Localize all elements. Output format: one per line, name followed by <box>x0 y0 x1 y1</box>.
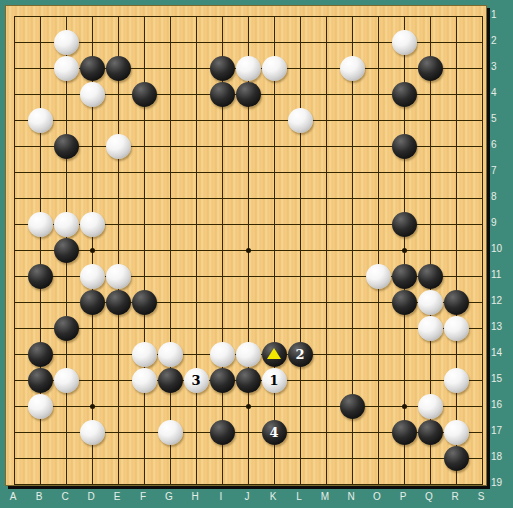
stone-black-P4[interactable] <box>392 82 417 107</box>
col-label-I: I <box>212 491 230 503</box>
stone-white-C3[interactable] <box>54 56 79 81</box>
grid-line-row-18 <box>14 458 483 459</box>
stone-white-Q13[interactable] <box>418 316 443 341</box>
row-label-2: 2 <box>491 35 511 47</box>
col-label-J: J <box>238 491 256 503</box>
stone-black-Q17[interactable] <box>418 420 443 445</box>
col-label-O: O <box>368 491 386 503</box>
row-label-18: 18 <box>491 451 511 463</box>
stone-black-D3[interactable] <box>80 56 105 81</box>
col-label-N: N <box>342 491 360 503</box>
stone-white-Q12[interactable] <box>418 290 443 315</box>
row-label-10: 10 <box>491 243 511 255</box>
stone-black-J15[interactable] <box>236 368 261 393</box>
star-point-D16 <box>90 404 95 409</box>
stone-black-N16[interactable] <box>340 394 365 419</box>
stone-white-Q16[interactable] <box>418 394 443 419</box>
row-label-6: 6 <box>491 139 511 151</box>
stone-black-B14[interactable] <box>28 342 53 367</box>
go-board[interactable]: 2314 <box>5 5 487 486</box>
stone-black-P12[interactable] <box>392 290 417 315</box>
col-label-C: C <box>56 491 74 503</box>
col-label-R: R <box>446 491 464 503</box>
stone-white-D17[interactable] <box>80 420 105 445</box>
star-point-D10 <box>90 248 95 253</box>
col-label-Q: Q <box>420 491 438 503</box>
col-label-E: E <box>108 491 126 503</box>
stone-white-I14[interactable] <box>210 342 235 367</box>
stone-black-G15[interactable] <box>158 368 183 393</box>
stone-black-B15[interactable] <box>28 368 53 393</box>
col-label-G: G <box>160 491 178 503</box>
row-label-7: 7 <box>491 165 511 177</box>
star-point-P16 <box>402 404 407 409</box>
stone-black-F4[interactable] <box>132 82 157 107</box>
stone-white-D11[interactable] <box>80 264 105 289</box>
stone-black-L14[interactable]: 2 <box>288 342 313 367</box>
row-label-1: 1 <box>491 9 511 21</box>
row-label-15: 15 <box>491 373 511 385</box>
stone-black-C6[interactable] <box>54 134 79 159</box>
stone-white-L5[interactable] <box>288 108 313 133</box>
row-label-12: 12 <box>491 295 511 307</box>
stone-white-E11[interactable] <box>106 264 131 289</box>
stone-black-R18[interactable] <box>444 446 469 471</box>
row-label-14: 14 <box>491 347 511 359</box>
stone-black-E12[interactable] <box>106 290 131 315</box>
move-number-2: 2 <box>295 348 304 361</box>
move-number-3: 3 <box>191 374 200 387</box>
stone-black-J4[interactable] <box>236 82 261 107</box>
star-point-J10 <box>246 248 251 253</box>
stone-black-P9[interactable] <box>392 212 417 237</box>
stone-white-B16[interactable] <box>28 394 53 419</box>
row-label-19: 19 <box>491 477 511 489</box>
col-label-S: S <box>472 491 490 503</box>
grid-line-col-R <box>456 16 457 485</box>
grid-line-col-O <box>378 16 379 485</box>
stone-white-C2[interactable] <box>54 30 79 55</box>
stone-black-P6[interactable] <box>392 134 417 159</box>
stone-white-D4[interactable] <box>80 82 105 107</box>
stone-white-K15[interactable]: 1 <box>262 368 287 393</box>
stone-white-B5[interactable] <box>28 108 53 133</box>
stone-white-J14[interactable] <box>236 342 261 367</box>
stone-white-R13[interactable] <box>444 316 469 341</box>
star-point-J16 <box>246 404 251 409</box>
grid-line-col-L <box>300 16 301 485</box>
stone-white-R17[interactable] <box>444 420 469 445</box>
col-label-L: L <box>290 491 308 503</box>
stone-white-F14[interactable] <box>132 342 157 367</box>
stone-white-P2[interactable] <box>392 30 417 55</box>
stone-black-K14[interactable] <box>262 342 287 367</box>
row-label-17: 17 <box>491 425 511 437</box>
move-number-4: 4 <box>269 426 278 439</box>
move-number-1: 1 <box>269 374 278 387</box>
row-label-3: 3 <box>491 61 511 73</box>
triangle-marker-icon <box>267 348 281 359</box>
stone-white-J3[interactable] <box>236 56 261 81</box>
stone-black-Q3[interactable] <box>418 56 443 81</box>
stone-black-R12[interactable] <box>444 290 469 315</box>
col-label-D: D <box>82 491 100 503</box>
row-label-11: 11 <box>491 269 511 281</box>
grid-line-row-19 <box>14 484 483 485</box>
col-label-B: B <box>30 491 48 503</box>
row-label-8: 8 <box>491 191 511 203</box>
stone-white-B9[interactable] <box>28 212 53 237</box>
row-label-9: 9 <box>491 217 511 229</box>
grid-line-row-13 <box>14 328 483 329</box>
row-label-4: 4 <box>491 87 511 99</box>
grid-line-col-S <box>482 16 483 485</box>
stone-black-P17[interactable] <box>392 420 417 445</box>
stone-white-K3[interactable] <box>262 56 287 81</box>
stone-white-E6[interactable] <box>106 134 131 159</box>
stone-black-F12[interactable] <box>132 290 157 315</box>
row-label-13: 13 <box>491 321 511 333</box>
col-label-M: M <box>316 491 334 503</box>
stone-black-I4[interactable] <box>210 82 235 107</box>
stone-black-C13[interactable] <box>54 316 79 341</box>
stone-white-G17[interactable] <box>158 420 183 445</box>
stone-black-B11[interactable] <box>28 264 53 289</box>
stone-white-O11[interactable] <box>366 264 391 289</box>
stone-black-I17[interactable] <box>210 420 235 445</box>
stone-white-C15[interactable] <box>54 368 79 393</box>
row-label-5: 5 <box>491 113 511 125</box>
col-label-H: H <box>186 491 204 503</box>
stone-white-N3[interactable] <box>340 56 365 81</box>
stone-black-C10[interactable] <box>54 238 79 263</box>
stone-black-E3[interactable] <box>106 56 131 81</box>
stone-white-R15[interactable] <box>444 368 469 393</box>
stone-white-H15[interactable]: 3 <box>184 368 209 393</box>
stone-white-C9[interactable] <box>54 212 79 237</box>
col-label-P: P <box>394 491 412 503</box>
stone-black-I3[interactable] <box>210 56 235 81</box>
grid-line-col-K <box>274 16 275 485</box>
stone-white-F15[interactable] <box>132 368 157 393</box>
stone-black-K17[interactable]: 4 <box>262 420 287 445</box>
grid-line-col-M <box>326 16 327 485</box>
stone-white-D9[interactable] <box>80 212 105 237</box>
stone-black-D12[interactable] <box>80 290 105 315</box>
stone-black-I15[interactable] <box>210 368 235 393</box>
stone-white-G14[interactable] <box>158 342 183 367</box>
stone-black-Q11[interactable] <box>418 264 443 289</box>
star-point-P10 <box>402 248 407 253</box>
col-label-K: K <box>264 491 282 503</box>
col-label-A: A <box>4 491 22 503</box>
row-label-16: 16 <box>491 399 511 411</box>
col-label-F: F <box>134 491 152 503</box>
stone-black-P11[interactable] <box>392 264 417 289</box>
